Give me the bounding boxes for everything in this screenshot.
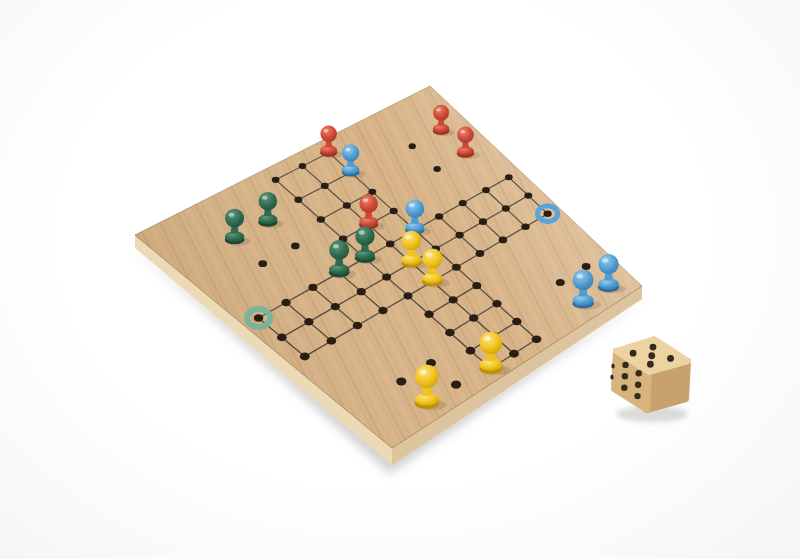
hole (476, 250, 485, 257)
die[interactable] (610, 339, 688, 410)
hole (469, 314, 478, 321)
hole (556, 279, 565, 286)
hole (466, 347, 476, 355)
hole (544, 210, 552, 216)
hole (331, 303, 340, 310)
hole (479, 218, 487, 225)
hole (321, 183, 329, 189)
hole (532, 335, 542, 343)
hole (472, 282, 481, 289)
hole (300, 353, 310, 361)
hole (455, 232, 463, 239)
hole (524, 192, 532, 198)
hole (499, 237, 507, 244)
die-left-edge-pip (611, 364, 614, 369)
hole (459, 200, 467, 206)
hole (378, 307, 387, 314)
hole (343, 202, 351, 208)
hole (353, 322, 363, 330)
hole (451, 381, 461, 389)
hole (433, 166, 441, 172)
ludo-board-photo (0, 0, 800, 559)
hole (327, 337, 337, 345)
hole (308, 284, 317, 291)
hole (482, 187, 490, 193)
hole (492, 300, 501, 307)
hole (424, 311, 433, 318)
hole (521, 223, 529, 230)
hole (452, 264, 461, 271)
scene (0, 0, 800, 559)
board-surface-sheen (135, 86, 642, 448)
hole (403, 292, 412, 299)
hole (357, 288, 366, 295)
hole (281, 299, 290, 306)
die-left-edge-pip (610, 375, 613, 380)
hole (435, 213, 443, 220)
hole (502, 205, 510, 211)
hole (299, 163, 307, 169)
hole (386, 241, 395, 248)
hole (390, 208, 398, 214)
hole (254, 314, 263, 321)
hole (396, 377, 406, 385)
hole (509, 350, 519, 358)
hole (582, 263, 591, 270)
hole (277, 334, 287, 342)
hole (272, 177, 280, 183)
hole (409, 143, 416, 149)
hole (445, 329, 455, 337)
hole (505, 174, 513, 180)
hole (304, 318, 313, 326)
hole (317, 216, 325, 223)
hole (512, 318, 521, 326)
hole (291, 243, 300, 250)
hole (294, 197, 302, 203)
hole (258, 260, 267, 267)
hole (382, 274, 391, 281)
hole (449, 296, 458, 303)
hole (368, 189, 376, 195)
